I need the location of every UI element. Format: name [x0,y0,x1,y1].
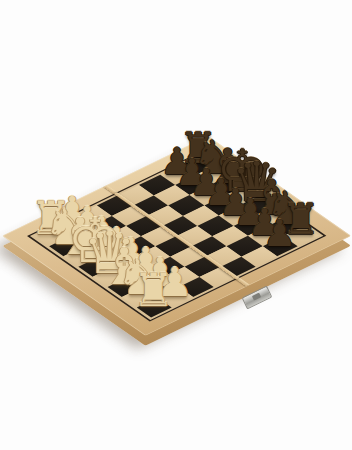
chess-board: ♜♞♝♚♛♝♞♜♟♟♟♟♟♟♟♟♟♟♟♟♟♟♟♟♜♞♝♚♛♝♞♜ [2,136,351,336]
square-a7[interactable]: ♟ [262,236,298,256]
white-rook-icon: ♜ [125,267,181,313]
black-pawn-icon: ♟ [251,215,307,252]
product-photo-stage: ♜♞♝♚♛♝♞♜♟♟♟♟♟♟♟♟♟♟♟♟♟♟♟♟♜♞♝♚♛♝♞♜ [0,0,352,450]
square-a1[interactable]: ♜ [137,297,173,317]
playing-area: ♜♞♝♚♛♝♞♜♟♟♟♟♟♟♟♟♟♟♟♟♟♟♟♟♜♞♝♚♛♝♞♜ [27,150,326,321]
